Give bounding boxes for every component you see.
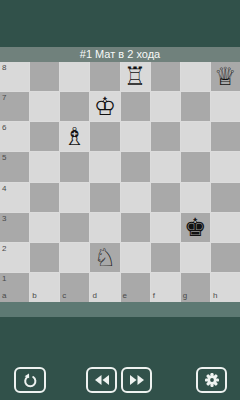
file-label-e: e [123, 292, 127, 300]
square-f7[interactable] [151, 92, 180, 121]
square-c7[interactable] [60, 92, 89, 121]
square-f4[interactable] [151, 183, 180, 212]
square-d2[interactable]: ♘ [90, 243, 119, 272]
square-d5[interactable] [90, 152, 119, 181]
rewind-button[interactable] [86, 367, 117, 393]
square-e2[interactable] [121, 243, 150, 272]
file-label-c: c [62, 292, 66, 300]
square-f8[interactable] [151, 62, 180, 91]
puzzle-title: #1 Мат в 2 хода [0, 47, 240, 62]
square-c6[interactable]: ♗ [60, 122, 89, 151]
square-a4[interactable]: 4 [0, 183, 29, 212]
square-f6[interactable] [151, 122, 180, 151]
square-f3[interactable] [151, 213, 180, 242]
square-d1[interactable]: d [90, 273, 119, 302]
square-d3[interactable] [90, 213, 119, 242]
square-g5[interactable] [181, 152, 210, 181]
rank-label-1: 1 [2, 275, 6, 283]
square-b3[interactable] [30, 213, 59, 242]
fast-forward-button[interactable] [121, 367, 152, 393]
square-b1[interactable]: b [30, 273, 59, 302]
square-a8[interactable]: 8 [0, 62, 29, 91]
square-b4[interactable] [30, 183, 59, 212]
square-h2[interactable] [211, 243, 240, 272]
piece-black-king: ♚ [184, 215, 206, 240]
square-h8[interactable]: ♕ [211, 62, 240, 91]
rank-label-7: 7 [2, 94, 6, 102]
file-label-f: f [153, 292, 155, 300]
rank-label-2: 2 [2, 245, 6, 253]
square-c1[interactable]: c [60, 273, 89, 302]
square-c5[interactable] [60, 152, 89, 181]
square-e8[interactable]: ♖ [121, 62, 150, 91]
square-d8[interactable] [90, 62, 119, 91]
square-g1[interactable]: g [181, 273, 210, 302]
square-a7[interactable]: 7 [0, 92, 29, 121]
piece-white-queen: ♕ [214, 64, 236, 89]
rank-label-5: 5 [2, 154, 6, 162]
square-f1[interactable]: f [151, 273, 180, 302]
piece-white-bishop: ♗ [64, 124, 86, 149]
square-g3[interactable]: ♚ [181, 213, 210, 242]
square-h3[interactable] [211, 213, 240, 242]
square-b6[interactable] [30, 122, 59, 151]
square-a1[interactable]: 1a [0, 273, 29, 302]
square-c3[interactable] [60, 213, 89, 242]
square-e6[interactable] [121, 122, 150, 151]
square-g8[interactable] [181, 62, 210, 91]
square-h5[interactable] [211, 152, 240, 181]
chess-board: 8♖♕7♔6♗543♚2♘1abcdefgh [0, 62, 240, 302]
file-label-b: b [32, 292, 36, 300]
square-g4[interactable] [181, 183, 210, 212]
square-b8[interactable] [30, 62, 59, 91]
square-h4[interactable] [211, 183, 240, 212]
square-a3[interactable]: 3 [0, 213, 29, 242]
square-g7[interactable] [181, 92, 210, 121]
file-label-h: h [213, 292, 217, 300]
restart-button[interactable] [14, 367, 46, 393]
rank-label-4: 4 [2, 185, 6, 193]
settings-button[interactable] [196, 367, 227, 393]
square-h1[interactable]: h [211, 273, 240, 302]
square-e4[interactable] [121, 183, 150, 212]
square-d7[interactable]: ♔ [90, 92, 119, 121]
square-e1[interactable]: e [121, 273, 150, 302]
piece-white-king: ♔ [94, 94, 116, 119]
square-b7[interactable] [30, 92, 59, 121]
square-d6[interactable] [90, 122, 119, 151]
square-e3[interactable] [121, 213, 150, 242]
settings-gear-icon [204, 372, 220, 388]
file-label-a: a [2, 292, 6, 300]
square-h7[interactable] [211, 92, 240, 121]
square-c2[interactable] [60, 243, 89, 272]
rewind-icon [94, 374, 110, 386]
rank-label-3: 3 [2, 215, 6, 223]
square-d4[interactable] [90, 183, 119, 212]
square-c8[interactable] [60, 62, 89, 91]
piece-white-knight: ♘ [94, 245, 116, 270]
square-a2[interactable]: 2 [0, 243, 29, 272]
square-e7[interactable] [121, 92, 150, 121]
square-g2[interactable] [181, 243, 210, 272]
rank-label-6: 6 [2, 124, 6, 132]
square-e5[interactable] [121, 152, 150, 181]
square-b5[interactable] [30, 152, 59, 181]
file-label-d: d [92, 292, 96, 300]
restart-icon [22, 372, 39, 389]
square-b2[interactable] [30, 243, 59, 272]
file-label-g: g [183, 292, 187, 300]
rank-label-8: 8 [2, 64, 6, 72]
square-f5[interactable] [151, 152, 180, 181]
square-g6[interactable] [181, 122, 210, 151]
square-a6[interactable]: 6 [0, 122, 29, 151]
app-screen: #1 Мат в 2 хода 8♖♕7♔6♗543♚2♘1abcdefgh [0, 0, 240, 400]
board-bottom-strip [0, 302, 240, 317]
square-c4[interactable] [60, 183, 89, 212]
square-a5[interactable]: 5 [0, 152, 29, 181]
fast-forward-icon [129, 374, 145, 386]
piece-white-rook: ♖ [124, 64, 146, 89]
square-f2[interactable] [151, 243, 180, 272]
square-h6[interactable] [211, 122, 240, 151]
